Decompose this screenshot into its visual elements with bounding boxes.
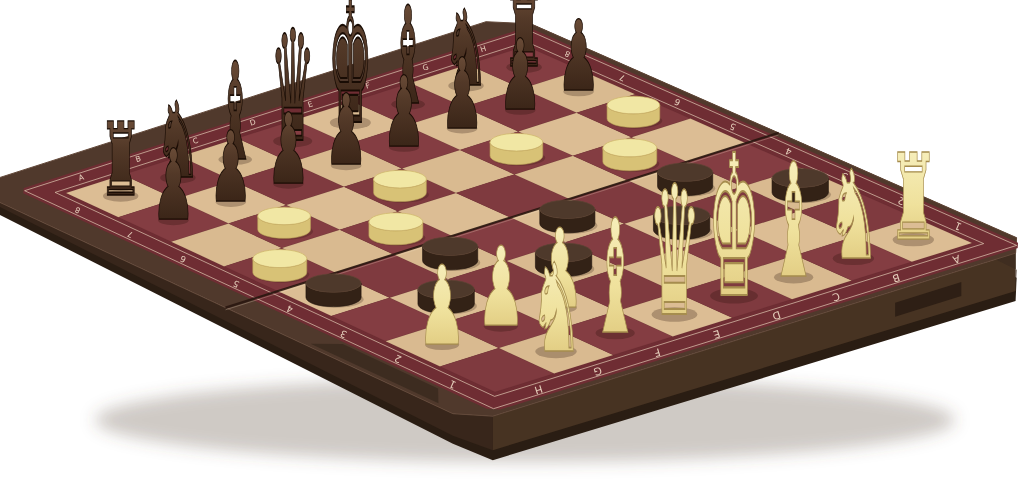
checker-cream-d6[interactable] [374,170,429,202]
checker-cream-h6[interactable] [607,96,662,128]
piece-dark-rook-a8[interactable]: ♜ [99,100,142,219]
knight-glyph: ♞ [827,143,881,287]
piece-cream-pawn-b2[interactable]: ♟ [476,224,525,350]
piece-dark-pawn-h7[interactable]: ♟ [557,0,601,113]
checker-dark-a4[interactable] [306,274,364,308]
piece-dark-pawn-d7[interactable]: ♟ [324,73,368,187]
pawn-glyph: ♟ [151,128,195,242]
piece-dark-pawn-b7[interactable]: ♟ [209,110,253,224]
pawn-glyph: ♟ [266,92,310,206]
piece-cream-queen-d1[interactable]: ♛ [648,147,701,357]
pawn-glyph: ♟ [557,0,601,113]
checker-cream-c5[interactable] [369,213,425,246]
piece-dark-pawn-e7[interactable]: ♟ [382,55,426,169]
piece-cream-king-e1[interactable]: ♚ [708,113,761,341]
product-photo-chess-set: AHBGCFDEEDFCGBHA8877665544332211♜♞♟♝♟♚♟♛… [0,0,1026,485]
piece-cream-pawn-a2[interactable]: ♟ [418,242,467,368]
piece-dark-pawn-f7[interactable]: ♟ [440,36,484,150]
piece-dark-pawn-c7[interactable]: ♟ [266,92,310,206]
knight-glyph: ♞ [529,236,583,380]
piece-cream-knight-b1[interactable]: ♞ [529,236,583,380]
chess-board-scene: AHBGCFDEEDFCGBHA8877665544332211♜♞♟♝♟♚♟♛… [0,0,1026,485]
piece-dark-pawn-g7[interactable]: ♟ [498,18,542,132]
pawn-glyph: ♟ [498,18,542,132]
piece-dark-pawn-a7[interactable]: ♟ [151,128,195,242]
pawn-glyph: ♟ [209,110,253,224]
pawn-glyph: ♟ [418,242,467,368]
checker-cream-f6[interactable] [490,133,545,165]
bishop-glyph: ♝ [591,186,639,369]
queen-glyph: ♛ [648,147,701,357]
bishop-glyph: ♝ [770,130,818,313]
piece-cream-rook-h1[interactable]: ♜ [888,129,938,267]
pawn-glyph: ♟ [324,73,368,187]
checker-cream-b6[interactable] [258,207,313,239]
piece-cream-bishop-f1[interactable]: ♝ [770,130,818,313]
pawn-glyph: ♟ [476,224,525,350]
checker-cream-a5[interactable] [253,250,309,283]
king-glyph: ♚ [708,113,761,341]
pawn-glyph: ♟ [382,55,426,169]
rook-glyph: ♜ [99,100,142,219]
pawn-glyph: ♟ [440,36,484,150]
piece-cream-knight-g1[interactable]: ♞ [827,143,881,287]
piece-cream-bishop-c1[interactable]: ♝ [591,186,639,369]
rook-glyph: ♜ [888,129,938,267]
